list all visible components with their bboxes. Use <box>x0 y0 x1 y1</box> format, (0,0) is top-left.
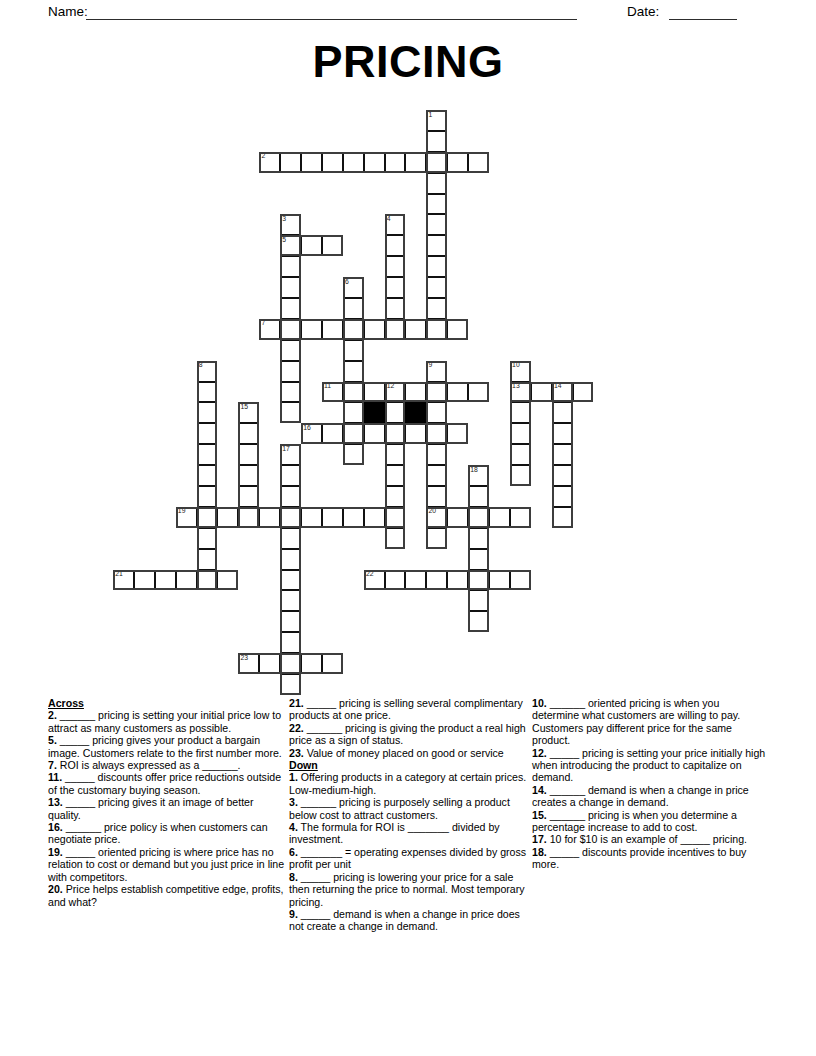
cell-number: 20 <box>429 507 437 515</box>
grid-cell[interactable]: 6 <box>343 277 364 298</box>
grid-cell[interactable] <box>426 486 447 507</box>
clue-down-17: 17. 10 for $10 is an example of _____ pr… <box>532 833 766 845</box>
grid-cell[interactable] <box>405 423 426 444</box>
grid-cell[interactable] <box>197 465 218 486</box>
grid-cell[interactable] <box>343 152 364 173</box>
grid-cell[interactable] <box>385 402 406 423</box>
grid-cell[interactable] <box>280 507 301 528</box>
date-label: Date: <box>627 4 659 19</box>
clue-across-20: 20. Price helps establish competitive ed… <box>48 883 286 908</box>
grid-cell[interactable] <box>197 402 218 423</box>
grid-cell[interactable] <box>385 298 406 319</box>
clue-down-18: 18. _____ discounts provide incentives t… <box>532 846 766 871</box>
grid-cell[interactable] <box>197 507 218 528</box>
grid-cell[interactable] <box>426 528 447 549</box>
grid-cell[interactable] <box>280 256 301 277</box>
grid-cell[interactable] <box>426 277 447 298</box>
grid-cell[interactable] <box>176 570 197 591</box>
grid-cell[interactable]: 1 <box>426 110 447 131</box>
clue-across-21: 21. _____ pricing is selling several com… <box>289 697 529 722</box>
grid-cell[interactable] <box>280 549 301 570</box>
grid-cell[interactable] <box>343 444 364 465</box>
black-cell <box>364 402 385 423</box>
cell-number: 21 <box>115 570 123 578</box>
grid-cell[interactable] <box>197 570 218 591</box>
grid-cell[interactable] <box>343 423 364 444</box>
clue-across-22: 22. ______ pricing is giving the product… <box>289 722 529 747</box>
grid-cell[interactable] <box>468 507 489 528</box>
grid-cell[interactable] <box>552 402 573 423</box>
grid-cell[interactable] <box>280 382 301 403</box>
grid-cell[interactable]: 8 <box>197 361 218 382</box>
grid-cell[interactable] <box>364 507 385 528</box>
clue-down-4: 4. The formula for ROI is _______ divide… <box>289 821 529 846</box>
grid-cell[interactable] <box>197 444 218 465</box>
clue-down-9: 9. _____ demand is when a change in pric… <box>289 908 529 933</box>
clue-across-19: 19. _____ oriented pricing is where pric… <box>48 846 286 883</box>
cell-number: 6 <box>345 278 349 286</box>
grid-cell[interactable] <box>197 549 218 570</box>
grid-cell[interactable] <box>385 570 406 591</box>
grid-cell[interactable] <box>426 570 447 591</box>
clue-across-16: 16. ______ price policy is when customer… <box>48 821 286 846</box>
grid-cell[interactable] <box>468 549 489 570</box>
cell-number: 13 <box>512 382 520 390</box>
grid-cell[interactable] <box>426 298 447 319</box>
clue-across-23: 23. Value of money placed on good or ser… <box>289 747 529 759</box>
grid-cell[interactable] <box>280 486 301 507</box>
clue-across-7: 7. ROI is always expressed as a ______. <box>48 759 286 771</box>
grid-cell[interactable] <box>426 402 447 423</box>
grid-cell[interactable] <box>426 423 447 444</box>
grid-cell[interactable] <box>426 214 447 235</box>
grid-cell[interactable] <box>468 611 489 632</box>
grid-cell[interactable] <box>510 423 531 444</box>
grid-cell[interactable] <box>322 235 343 256</box>
grid-cell[interactable] <box>322 152 343 173</box>
grid-cell[interactable] <box>280 590 301 611</box>
grid-cell[interactable] <box>343 340 364 361</box>
crossword-grid: 2571112131416192021222313468910151718 <box>113 110 593 695</box>
grid-cell[interactable] <box>385 256 406 277</box>
grid-cell[interactable] <box>447 319 468 340</box>
grid-cell[interactable] <box>426 152 447 173</box>
grid-cell[interactable] <box>385 507 406 528</box>
grid-cell[interactable]: 3 <box>280 214 301 235</box>
grid-cell[interactable] <box>238 444 259 465</box>
grid-cell[interactable] <box>468 590 489 611</box>
grid-cell[interactable]: 19 <box>176 507 197 528</box>
grid-cell[interactable] <box>322 653 343 674</box>
grid-cell[interactable] <box>510 402 531 423</box>
grid-cell[interactable] <box>552 423 573 444</box>
grid-cell[interactable] <box>510 465 531 486</box>
grid-cell[interactable] <box>405 319 426 340</box>
cell-number: 12 <box>387 382 395 390</box>
grid-cell[interactable]: 10 <box>510 361 531 382</box>
grid-cell[interactable]: 13 <box>510 382 531 403</box>
cell-number: 7 <box>261 319 265 327</box>
clue-across-5: 5. _____ pricing gives your product a ba… <box>48 734 286 759</box>
grid-cell[interactable]: 9 <box>426 361 447 382</box>
date-blank-line <box>669 2 737 20</box>
clue-down-3: 3. ______ pricing is purposely selling a… <box>289 796 529 821</box>
grid-cell[interactable] <box>426 319 447 340</box>
grid-cell[interactable] <box>405 570 426 591</box>
grid-cell[interactable] <box>322 423 343 444</box>
grid-cell[interactable] <box>468 486 489 507</box>
cell-number: 14 <box>554 382 562 390</box>
grid-cell[interactable] <box>280 319 301 340</box>
cell-number: 8 <box>199 361 203 369</box>
grid-cell[interactable] <box>447 507 468 528</box>
grid-cell[interactable] <box>217 507 238 528</box>
grid-cell[interactable] <box>447 152 468 173</box>
grid-cell[interactable] <box>343 382 364 403</box>
grid-cell[interactable] <box>238 507 259 528</box>
grid-cell[interactable] <box>489 570 510 591</box>
grid-cell[interactable] <box>468 528 489 549</box>
worksheet-page: Name: Date: PRICING 25711121314161920212… <box>0 0 816 1056</box>
grid-cell[interactable] <box>447 423 468 444</box>
grid-cell[interactable] <box>510 507 531 528</box>
grid-cell[interactable] <box>552 444 573 465</box>
grid-cell[interactable]: 14 <box>552 382 573 403</box>
cell-number: 2 <box>261 152 265 160</box>
clue-down-15: 15. ______ pricing is when you determine… <box>532 809 766 834</box>
cell-number: 4 <box>387 215 391 223</box>
grid-cell[interactable] <box>280 528 301 549</box>
grid-cell[interactable] <box>280 570 301 591</box>
cell-number: 9 <box>429 361 433 369</box>
grid-cell[interactable] <box>426 465 447 486</box>
grid-cell[interactable] <box>552 507 573 528</box>
grid-cell[interactable] <box>426 173 447 194</box>
grid-cell[interactable] <box>280 674 301 695</box>
grid-cell[interactable] <box>301 235 322 256</box>
grid-cell[interactable] <box>364 382 385 403</box>
grid-cell[interactable] <box>531 382 552 403</box>
cell-number: 18 <box>470 466 478 474</box>
grid-cell[interactable] <box>468 570 489 591</box>
grid-cell[interactable] <box>238 486 259 507</box>
clue-across-13: 13. _____ pricing gives it an image of b… <box>48 796 286 821</box>
grid-cell[interactable] <box>280 402 301 423</box>
grid-cell[interactable] <box>343 361 364 382</box>
grid-cell[interactable] <box>426 235 447 256</box>
grid-cell[interactable] <box>468 382 489 403</box>
grid-cell[interactable] <box>385 486 406 507</box>
grid-cell[interactable] <box>385 319 406 340</box>
grid-cell[interactable] <box>385 465 406 486</box>
cell-number: 16 <box>303 424 311 432</box>
grid-cell[interactable] <box>364 423 385 444</box>
grid-cell[interactable] <box>280 152 301 173</box>
grid-cell[interactable] <box>280 611 301 632</box>
grid-cell[interactable] <box>238 423 259 444</box>
clue-list-header-down: Down <box>289 759 529 771</box>
grid-cell[interactable] <box>364 152 385 173</box>
clue-down-8: 8. _____ pricing is lowering your price … <box>289 871 529 908</box>
grid-cell[interactable] <box>301 653 322 674</box>
grid-cell[interactable] <box>134 570 155 591</box>
grid-cell[interactable] <box>552 486 573 507</box>
grid-cell[interactable] <box>552 465 573 486</box>
grid-cell[interactable]: 4 <box>385 214 406 235</box>
grid-cell[interactable]: 17 <box>280 444 301 465</box>
clue-column: Across2. ______ pricing is setting your … <box>48 697 286 908</box>
clue-across-2: 2. ______ pricing is setting your initia… <box>48 709 286 734</box>
name-blank-line <box>86 2 577 20</box>
cell-number: 22 <box>366 570 374 578</box>
grid-cell[interactable] <box>405 382 426 403</box>
clue-column: 21. _____ pricing is selling several com… <box>289 697 529 933</box>
grid-cell[interactable] <box>259 507 280 528</box>
grid-cell[interactable] <box>510 444 531 465</box>
grid-cell[interactable] <box>343 298 364 319</box>
grid-cell[interactable]: 21 <box>113 570 134 591</box>
grid-cell[interactable] <box>385 152 406 173</box>
grid-cell[interactable]: 23 <box>238 653 259 674</box>
grid-cell[interactable]: 18 <box>468 465 489 486</box>
grid-cell[interactable] <box>426 194 447 215</box>
grid-cell[interactable] <box>426 131 447 152</box>
name-label: Name: <box>48 4 88 19</box>
grid-cell[interactable] <box>322 507 343 528</box>
grid-cell[interactable] <box>217 570 238 591</box>
grid-cell[interactable] <box>385 423 406 444</box>
clue-column: 10. ______ oriented pricing is when you … <box>532 697 766 871</box>
grid-cell[interactable] <box>385 528 406 549</box>
grid-cell[interactable] <box>155 570 176 591</box>
grid-cell[interactable] <box>197 423 218 444</box>
grid-cell[interactable] <box>385 277 406 298</box>
clue-down-14: 14. ______ demand is when a change in pr… <box>532 784 766 809</box>
grid-cell[interactable]: 16 <box>301 423 322 444</box>
grid-cell[interactable] <box>197 382 218 403</box>
cell-number: 17 <box>282 445 290 453</box>
grid-cell[interactable] <box>197 528 218 549</box>
grid-cell[interactable] <box>322 319 343 340</box>
cell-number: 15 <box>241 403 249 411</box>
grid-cell[interactable] <box>426 382 447 403</box>
grid-cell[interactable]: 15 <box>238 402 259 423</box>
grid-cell[interactable] <box>385 444 406 465</box>
cell-number: 10 <box>512 361 520 369</box>
grid-cell[interactable]: 11 <box>322 382 343 403</box>
grid-cell[interactable] <box>280 340 301 361</box>
grid-cell[interactable] <box>426 256 447 277</box>
grid-cell[interactable] <box>447 570 468 591</box>
grid-cell[interactable] <box>301 507 322 528</box>
puzzle-title: PRICING <box>0 36 816 88</box>
grid-cell[interactable] <box>280 277 301 298</box>
clue-list-header-across: Across <box>48 697 286 709</box>
grid-cell[interactable] <box>447 382 468 403</box>
clue-down-6: 6. _______ = operating expenses divided … <box>289 846 529 871</box>
clue-down-10: 10. ______ oriented pricing is when you … <box>532 697 766 747</box>
clue-down-12: 12. _____ pricing is setting your price … <box>532 747 766 784</box>
grid-cell[interactable] <box>343 319 364 340</box>
clue-down-1: 1. Offering products in a category at ce… <box>289 771 529 796</box>
grid-cell[interactable] <box>426 444 447 465</box>
black-cell <box>405 402 426 423</box>
grid-cell[interactable]: 20 <box>426 507 447 528</box>
grid-cell[interactable] <box>405 152 426 173</box>
cell-number: 11 <box>324 382 331 390</box>
grid-cell[interactable] <box>301 319 322 340</box>
grid-cell[interactable] <box>280 632 301 653</box>
grid-cell[interactable] <box>280 298 301 319</box>
grid-cell[interactable] <box>510 570 531 591</box>
grid-cell[interactable] <box>573 382 594 403</box>
cell-number: 1 <box>429 111 433 119</box>
grid-cell[interactable]: 5 <box>280 235 301 256</box>
cell-number: 19 <box>178 507 186 515</box>
grid-cell[interactable] <box>385 235 406 256</box>
grid-cell[interactable] <box>468 152 489 173</box>
grid-cell[interactable]: 22 <box>364 570 385 591</box>
grid-cell[interactable] <box>343 402 364 423</box>
grid-cell[interactable]: 2 <box>259 152 280 173</box>
grid-cell[interactable] <box>197 486 218 507</box>
grid-cell[interactable] <box>489 507 510 528</box>
grid-cell[interactable]: 7 <box>259 319 280 340</box>
grid-cell[interactable] <box>364 319 385 340</box>
cell-number: 23 <box>241 654 249 662</box>
clue-across-11: 11. _____ discounts offer price reductio… <box>48 771 286 796</box>
grid-cell[interactable] <box>301 152 322 173</box>
grid-cell[interactable] <box>280 465 301 486</box>
grid-cell[interactable]: 12 <box>385 382 406 403</box>
grid-cell[interactable] <box>280 653 301 674</box>
grid-cell[interactable] <box>259 653 280 674</box>
grid-cell[interactable] <box>280 361 301 382</box>
cell-number: 3 <box>282 215 286 223</box>
grid-cell[interactable] <box>343 507 364 528</box>
cell-number: 5 <box>282 236 286 244</box>
grid-cell[interactable] <box>238 465 259 486</box>
